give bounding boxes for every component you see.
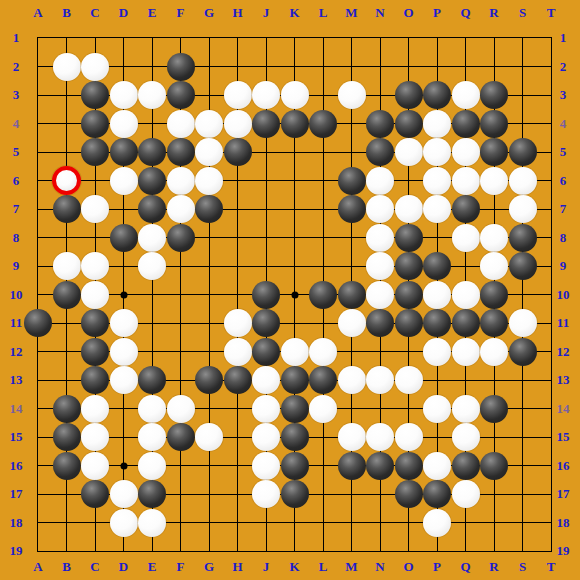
col-label-top-O: O xyxy=(403,5,413,21)
stone-white-M3[interactable] xyxy=(338,81,366,109)
col-label-top-P: P xyxy=(433,5,441,21)
stone-black-B10[interactable] xyxy=(53,281,81,309)
row-label-left-4: 4 xyxy=(13,116,20,132)
stone-white-O13[interactable] xyxy=(395,366,423,394)
row-label-left-10: 10 xyxy=(10,287,23,303)
stone-white-F7[interactable] xyxy=(167,195,195,223)
stone-white-C16[interactable] xyxy=(81,452,109,480)
stone-white-S7[interactable] xyxy=(509,195,537,223)
stone-black-L13[interactable] xyxy=(309,366,337,394)
stone-black-S12[interactable] xyxy=(509,338,537,366)
row-label-left-15: 15 xyxy=(10,429,23,445)
stone-white-P7[interactable] xyxy=(423,195,451,223)
col-label-top-A: A xyxy=(33,5,42,21)
stone-white-M15[interactable] xyxy=(338,423,366,451)
stone-white-H12[interactable] xyxy=(224,338,252,366)
row-label-left-2: 2 xyxy=(13,59,20,75)
stone-white-Q10[interactable] xyxy=(452,281,480,309)
stone-black-B16[interactable] xyxy=(53,452,81,480)
stone-white-N10[interactable] xyxy=(366,281,394,309)
stone-black-R11[interactable] xyxy=(480,309,508,337)
stone-black-E13[interactable] xyxy=(138,366,166,394)
stone-black-F5[interactable] xyxy=(167,138,195,166)
stone-white-Q8[interactable] xyxy=(452,224,480,252)
stone-white-F4[interactable] xyxy=(167,110,195,138)
stone-white-B2[interactable] xyxy=(53,53,81,81)
stone-black-F2[interactable] xyxy=(167,53,195,81)
stone-white-F6[interactable] xyxy=(167,167,195,195)
stone-white-P12[interactable] xyxy=(423,338,451,366)
stone-white-L14[interactable] xyxy=(309,395,337,423)
stone-black-D5[interactable] xyxy=(110,138,138,166)
stone-black-E17[interactable] xyxy=(138,480,166,508)
row-label-left-8: 8 xyxy=(13,230,20,246)
row-label-left-3: 3 xyxy=(13,87,20,103)
stone-white-C10[interactable] xyxy=(81,281,109,309)
col-label-top-D: D xyxy=(119,5,128,21)
row-label-left-9: 9 xyxy=(13,258,20,274)
stone-black-N4[interactable] xyxy=(366,110,394,138)
stone-white-Q6[interactable] xyxy=(452,167,480,195)
col-label-top-Q: Q xyxy=(460,5,470,21)
stone-white-C2[interactable] xyxy=(81,53,109,81)
stone-black-R5[interactable] xyxy=(480,138,508,166)
stone-black-B14[interactable] xyxy=(53,395,81,423)
stone-black-C3[interactable] xyxy=(81,81,109,109)
stone-black-K16[interactable] xyxy=(281,452,309,480)
stone-white-B6-last-move-marker[interactable] xyxy=(52,166,81,195)
stone-black-R3[interactable] xyxy=(480,81,508,109)
col-label-top-T: T xyxy=(547,5,556,21)
stone-black-N11[interactable] xyxy=(366,309,394,337)
row-label-left-5: 5 xyxy=(13,144,20,160)
stone-black-K15[interactable] xyxy=(281,423,309,451)
stone-white-D13[interactable] xyxy=(110,366,138,394)
stone-white-H4[interactable] xyxy=(224,110,252,138)
stone-black-R10[interactable] xyxy=(480,281,508,309)
stone-black-M6[interactable] xyxy=(338,167,366,195)
stone-white-B9[interactable] xyxy=(53,252,81,280)
stone-black-C5[interactable] xyxy=(81,138,109,166)
col-label-top-C: C xyxy=(90,5,99,21)
stone-black-Q11[interactable] xyxy=(452,309,480,337)
row-label-left-7: 7 xyxy=(13,201,20,217)
stone-white-S6[interactable] xyxy=(509,167,537,195)
stone-white-C7[interactable] xyxy=(81,195,109,223)
stone-white-P10[interactable] xyxy=(423,281,451,309)
stone-white-D4[interactable] xyxy=(110,110,138,138)
stone-white-P5[interactable] xyxy=(423,138,451,166)
stone-white-N6[interactable] xyxy=(366,167,394,195)
stone-black-P17[interactable] xyxy=(423,480,451,508)
stone-white-P6[interactable] xyxy=(423,167,451,195)
stone-white-O15[interactable] xyxy=(395,423,423,451)
stone-white-O7[interactable] xyxy=(395,195,423,223)
stone-black-S9[interactable] xyxy=(509,252,537,280)
stone-white-Q12[interactable] xyxy=(452,338,480,366)
stone-white-J13[interactable] xyxy=(252,366,280,394)
stone-white-K12[interactable] xyxy=(281,338,309,366)
stone-white-H3[interactable] xyxy=(224,81,252,109)
stone-black-E7[interactable] xyxy=(138,195,166,223)
stone-white-P4[interactable] xyxy=(423,110,451,138)
stones-layer[interactable] xyxy=(24,24,566,566)
stone-black-E6[interactable] xyxy=(138,167,166,195)
stone-black-O4[interactable] xyxy=(395,110,423,138)
stone-white-D11[interactable] xyxy=(110,309,138,337)
stone-black-F3[interactable] xyxy=(167,81,195,109)
row-label-left-12: 12 xyxy=(10,344,23,360)
stone-white-P14[interactable] xyxy=(423,395,451,423)
stone-black-C12[interactable] xyxy=(81,338,109,366)
stone-white-Q5[interactable] xyxy=(452,138,480,166)
stone-white-E9[interactable] xyxy=(138,252,166,280)
row-label-left-19: 19 xyxy=(10,543,23,559)
row-label-left-13: 13 xyxy=(10,372,23,388)
stone-white-R6[interactable] xyxy=(480,167,508,195)
stone-white-E15[interactable] xyxy=(138,423,166,451)
stone-white-N7[interactable] xyxy=(366,195,394,223)
col-label-top-G: G xyxy=(204,5,214,21)
stone-white-D6[interactable] xyxy=(110,167,138,195)
col-label-top-F: F xyxy=(177,5,185,21)
stone-white-L12[interactable] xyxy=(309,338,337,366)
stone-white-Q14[interactable] xyxy=(452,395,480,423)
row-label-left-6: 6 xyxy=(13,173,20,189)
stone-white-R8[interactable] xyxy=(480,224,508,252)
stone-black-O10[interactable] xyxy=(395,281,423,309)
stone-white-S11[interactable] xyxy=(509,309,537,337)
stone-white-J14[interactable] xyxy=(252,395,280,423)
stone-white-N13[interactable] xyxy=(366,366,394,394)
stone-white-D12[interactable] xyxy=(110,338,138,366)
stone-white-E16[interactable] xyxy=(138,452,166,480)
stone-white-G5[interactable] xyxy=(195,138,223,166)
stone-black-J12[interactable] xyxy=(252,338,280,366)
stone-white-J3[interactable] xyxy=(252,81,280,109)
stone-white-J15[interactable] xyxy=(252,423,280,451)
stone-black-J4[interactable] xyxy=(252,110,280,138)
stone-white-P18[interactable] xyxy=(423,509,451,537)
stone-black-C4[interactable] xyxy=(81,110,109,138)
stone-black-R16[interactable] xyxy=(480,452,508,480)
stone-black-Q16[interactable] xyxy=(452,452,480,480)
stone-white-Q15[interactable] xyxy=(452,423,480,451)
stone-black-G13[interactable] xyxy=(195,366,223,394)
stone-black-R4[interactable] xyxy=(480,110,508,138)
stone-black-A11[interactable] xyxy=(24,309,52,337)
stone-black-O3[interactable] xyxy=(395,81,423,109)
stone-black-L4[interactable] xyxy=(309,110,337,138)
stone-white-R12[interactable] xyxy=(480,338,508,366)
stone-white-D3[interactable] xyxy=(110,81,138,109)
stone-white-C9[interactable] xyxy=(81,252,109,280)
stone-white-E14[interactable] xyxy=(138,395,166,423)
row-label-left-17: 17 xyxy=(10,486,23,502)
col-label-top-N: N xyxy=(375,5,384,21)
stone-black-E5[interactable] xyxy=(138,138,166,166)
stone-black-K4[interactable] xyxy=(281,110,309,138)
col-label-top-H: H xyxy=(232,5,242,21)
row-label-left-14: 14 xyxy=(10,401,23,417)
stone-white-C14[interactable] xyxy=(81,395,109,423)
col-label-top-B: B xyxy=(62,5,71,21)
stone-black-L10[interactable] xyxy=(309,281,337,309)
stone-white-E18[interactable] xyxy=(138,509,166,537)
stone-white-G4[interactable] xyxy=(195,110,223,138)
stone-black-G7[interactable] xyxy=(195,195,223,223)
stone-black-F8[interactable] xyxy=(167,224,195,252)
stone-black-C17[interactable] xyxy=(81,480,109,508)
stone-white-K3[interactable] xyxy=(281,81,309,109)
row-label-left-18: 18 xyxy=(10,515,23,531)
stone-black-C11[interactable] xyxy=(81,309,109,337)
stone-black-F15[interactable] xyxy=(167,423,195,451)
stone-white-D18[interactable] xyxy=(110,509,138,537)
stone-black-O17[interactable] xyxy=(395,480,423,508)
stone-black-K13[interactable] xyxy=(281,366,309,394)
stone-black-S8[interactable] xyxy=(509,224,537,252)
stone-black-H13[interactable] xyxy=(224,366,252,394)
stone-black-P3[interactable] xyxy=(423,81,451,109)
col-label-top-L: L xyxy=(319,5,328,21)
col-label-top-S: S xyxy=(519,5,526,21)
row-label-left-11: 11 xyxy=(10,315,22,331)
stone-white-P16[interactable] xyxy=(423,452,451,480)
stone-black-D8[interactable] xyxy=(110,224,138,252)
stone-white-N15[interactable] xyxy=(366,423,394,451)
stone-black-O8[interactable] xyxy=(395,224,423,252)
stone-white-C15[interactable] xyxy=(81,423,109,451)
stone-white-D17[interactable] xyxy=(110,480,138,508)
stone-white-O5[interactable] xyxy=(395,138,423,166)
stone-black-J11[interactable] xyxy=(252,309,280,337)
stone-black-B7[interactable] xyxy=(53,195,81,223)
row-label-left-16: 16 xyxy=(10,458,23,474)
stone-white-E8[interactable] xyxy=(138,224,166,252)
stone-black-O11[interactable] xyxy=(395,309,423,337)
stone-white-N8[interactable] xyxy=(366,224,394,252)
stone-black-N16[interactable] xyxy=(366,452,394,480)
stone-white-R9[interactable] xyxy=(480,252,508,280)
stone-black-M7[interactable] xyxy=(338,195,366,223)
stone-black-C13[interactable] xyxy=(81,366,109,394)
stone-black-B15[interactable] xyxy=(53,423,81,451)
stone-white-G15[interactable] xyxy=(195,423,223,451)
go-board[interactable]: AABBCCDDEEFFGGHHJJKKLLMMNNOOPPQQRRSSTT11… xyxy=(0,0,580,580)
stone-white-M13[interactable] xyxy=(338,366,366,394)
stone-black-S5[interactable] xyxy=(509,138,537,166)
stone-black-K17[interactable] xyxy=(281,480,309,508)
stone-black-Q7[interactable] xyxy=(452,195,480,223)
stone-black-R14[interactable] xyxy=(480,395,508,423)
col-label-top-E: E xyxy=(148,5,157,21)
stone-black-Q4[interactable] xyxy=(452,110,480,138)
stone-white-Q17[interactable] xyxy=(452,480,480,508)
stone-black-M16[interactable] xyxy=(338,452,366,480)
stone-black-O16[interactable] xyxy=(395,452,423,480)
col-label-top-J: J xyxy=(263,5,270,21)
stone-black-J10[interactable] xyxy=(252,281,280,309)
stone-white-F14[interactable] xyxy=(167,395,195,423)
stone-black-P9[interactable] xyxy=(423,252,451,280)
stone-white-Q3[interactable] xyxy=(452,81,480,109)
stone-white-G6[interactable] xyxy=(195,167,223,195)
stone-black-O9[interactable] xyxy=(395,252,423,280)
col-label-top-K: K xyxy=(289,5,299,21)
stone-black-M10[interactable] xyxy=(338,281,366,309)
col-label-top-M: M xyxy=(345,5,357,21)
stone-white-N9[interactable] xyxy=(366,252,394,280)
row-label-left-1: 1 xyxy=(13,30,20,46)
col-label-top-R: R xyxy=(489,5,498,21)
stone-white-M11[interactable] xyxy=(338,309,366,337)
stone-white-E3[interactable] xyxy=(138,81,166,109)
stone-white-J17[interactable] xyxy=(252,480,280,508)
stone-black-P11[interactable] xyxy=(423,309,451,337)
stone-black-K14[interactable] xyxy=(281,395,309,423)
stone-white-J16[interactable] xyxy=(252,452,280,480)
stone-black-N5[interactable] xyxy=(366,138,394,166)
stone-white-H11[interactable] xyxy=(224,309,252,337)
stone-black-H5[interactable] xyxy=(224,138,252,166)
